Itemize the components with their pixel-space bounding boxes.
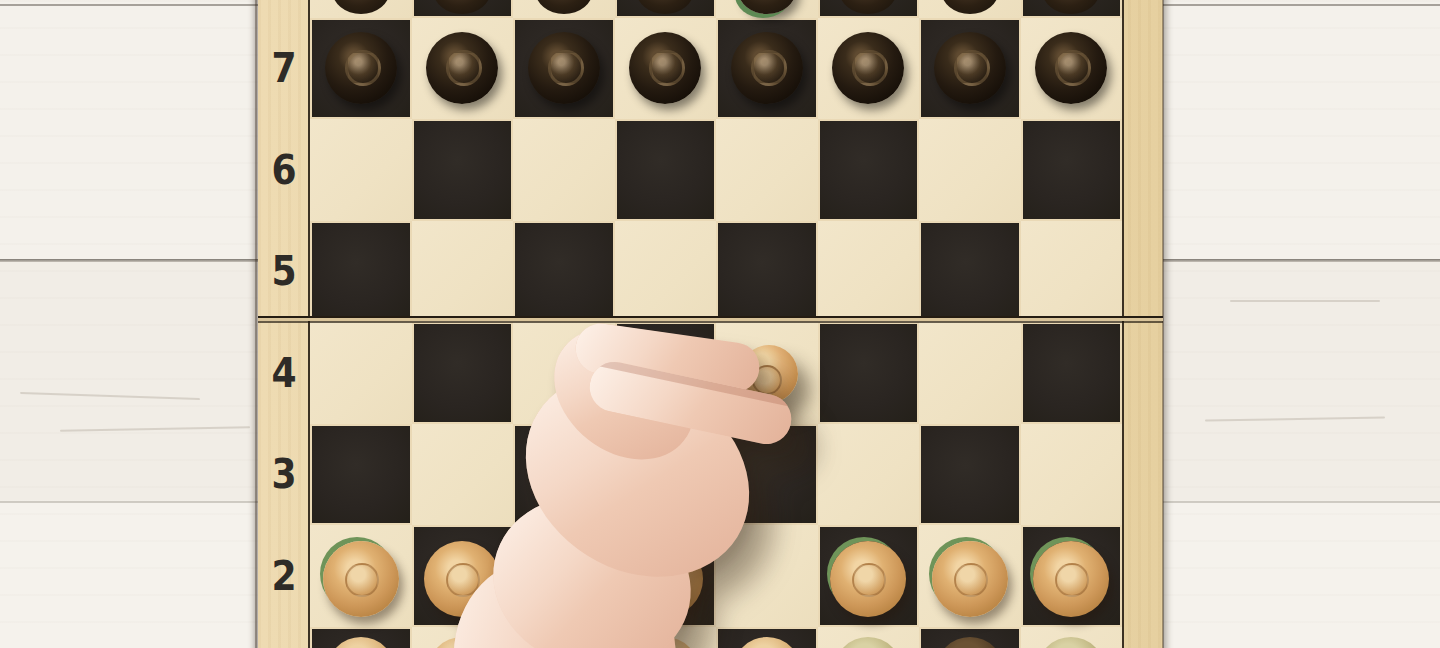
hand: [0, 0, 1440, 648]
scene: 765432 ♜♞♝♛♚♝♞♜♟♟♟♟♟♟♟♟♙♙♙♙♙♙♙♖♘♗♕♔♗♘♖ ♙: [0, 0, 1440, 648]
